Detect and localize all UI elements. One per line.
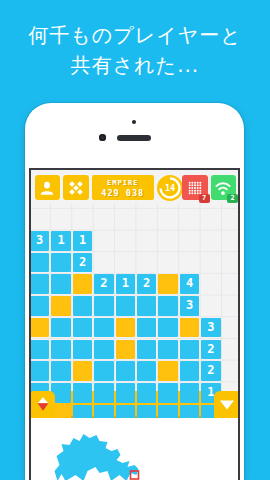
cell-r9c5[interactable] xyxy=(137,405,156,418)
cell-r6c3[interactable] xyxy=(94,340,113,360)
cell-r5c0[interactable] xyxy=(31,318,49,338)
board: 3112212433221 xyxy=(31,203,238,418)
cell-r6c5[interactable] xyxy=(137,340,156,360)
cell-r2c1[interactable] xyxy=(51,253,70,273)
cell-r6c4[interactable] xyxy=(116,340,135,360)
cell-r8c4[interactable] xyxy=(116,383,135,403)
cell-r5c2[interactable] xyxy=(73,318,92,338)
levels-button[interactable] xyxy=(63,175,89,200)
cell-r3c0[interactable] xyxy=(31,274,49,294)
caption: 何千ものプレイヤーと 共有された... xyxy=(0,20,270,80)
cell-r3c6[interactable] xyxy=(158,274,177,294)
cell-r8c2[interactable] xyxy=(73,383,92,403)
cell-r5c4[interactable] xyxy=(116,318,135,338)
cell-r8c6[interactable] xyxy=(158,383,177,403)
score-banner: EMPIRE 429 038 xyxy=(92,175,155,200)
cell-r7c1[interactable] xyxy=(51,361,70,381)
cell-r7c8[interactable]: 2 xyxy=(201,361,220,381)
score-value: 429 038 xyxy=(92,188,155,198)
cell-r4c3[interactable] xyxy=(94,296,113,316)
cell-r1c0[interactable]: 3 xyxy=(31,231,49,251)
cell-r7c6[interactable] xyxy=(158,361,177,381)
cell-r5c8[interactable]: 3 xyxy=(201,318,220,338)
cell-r7c3[interactable] xyxy=(94,361,113,381)
cell-r8c7[interactable] xyxy=(180,383,199,403)
cell-r7c7[interactable] xyxy=(180,361,199,381)
cell-r6c0[interactable] xyxy=(31,340,49,360)
proximity-sensor-dot xyxy=(132,120,136,124)
app-store-screenshot: 何千ものプレイヤーと 共有された... xyxy=(0,0,270,480)
cell-r8c3[interactable] xyxy=(94,383,113,403)
cell-r3c5[interactable]: 2 xyxy=(137,274,156,294)
cell-r4c7[interactable]: 3 xyxy=(180,296,199,316)
front-camera xyxy=(99,134,106,141)
cell-r4c5[interactable] xyxy=(137,296,156,316)
cell-r5c7[interactable] xyxy=(180,318,199,338)
cell-r7c2[interactable] xyxy=(73,361,92,381)
caption-line-1: 何千ものプレイヤーと xyxy=(0,20,270,50)
phone-frame: EMPIRE 429 038 14 xyxy=(25,103,244,480)
earpiece-speaker xyxy=(117,135,151,141)
cell-r3c3[interactable]: 2 xyxy=(94,274,113,294)
minimap-svg xyxy=(31,418,237,480)
timer-button[interactable]: 14 xyxy=(157,175,183,201)
game-screen: EMPIRE 429 038 14 xyxy=(29,168,240,480)
cell-r6c2[interactable] xyxy=(73,340,92,360)
world-map-region[interactable] xyxy=(31,418,238,480)
chevron-down-icon xyxy=(220,400,234,409)
cell-r3c4[interactable]: 1 xyxy=(116,274,135,294)
mines-button[interactable]: 7 xyxy=(182,175,208,200)
cell-r4c2[interactable] xyxy=(73,296,92,316)
cell-r2c2[interactable]: 2 xyxy=(73,253,92,273)
score-title: EMPIRE xyxy=(92,178,155,188)
cell-r9c7[interactable] xyxy=(180,405,199,418)
cell-r9c2[interactable] xyxy=(73,405,92,418)
cell-r5c1[interactable] xyxy=(51,318,70,338)
cell-r3c2[interactable] xyxy=(73,274,92,294)
mines-badge: 7 xyxy=(199,194,210,203)
multiplayer-button[interactable]: 2 xyxy=(211,175,237,200)
cell-r1c2[interactable]: 1 xyxy=(73,231,92,251)
cell-r6c1[interactable] xyxy=(51,340,70,360)
cell-r4c0[interactable] xyxy=(31,296,49,316)
map-landmass xyxy=(55,434,139,480)
game-toolbar: EMPIRE 429 038 14 xyxy=(31,170,238,203)
cell-r7c4[interactable] xyxy=(116,361,135,381)
diamonds-icon xyxy=(66,178,85,197)
cell-r3c1[interactable] xyxy=(51,274,70,294)
cell-r5c3[interactable] xyxy=(94,318,113,338)
flag-icon xyxy=(36,397,49,412)
cell-r5c5[interactable] xyxy=(137,318,156,338)
wifi-badge: 2 xyxy=(227,194,238,203)
cell-r2c0[interactable] xyxy=(31,253,49,273)
cell-r4c4[interactable] xyxy=(116,296,135,316)
cell-r4c1[interactable] xyxy=(51,296,70,316)
timer-value: 14 xyxy=(157,183,183,193)
cell-r9c4[interactable] xyxy=(116,405,135,418)
cell-r3c7[interactable]: 4 xyxy=(180,274,199,294)
cell-r6c8[interactable]: 2 xyxy=(201,340,220,360)
caption-line-2: 共有された... xyxy=(0,50,270,80)
cell-r7c0[interactable] xyxy=(31,361,49,381)
flag-mode-button[interactable] xyxy=(31,391,55,418)
scroll-down-button[interactable] xyxy=(214,391,238,418)
profile-button[interactable] xyxy=(35,175,61,200)
cell-r1c1[interactable]: 1 xyxy=(51,231,70,251)
cell-r6c6[interactable] xyxy=(158,340,177,360)
cell-r5c6[interactable] xyxy=(158,318,177,338)
person-icon xyxy=(38,179,56,197)
cell-r7c5[interactable] xyxy=(137,361,156,381)
cell-r9c3[interactable] xyxy=(94,405,113,418)
cell-r9c6[interactable] xyxy=(158,405,177,418)
cell-r6c7[interactable] xyxy=(180,340,199,360)
cell-r4c6[interactable] xyxy=(158,296,177,316)
cell-r8c5[interactable] xyxy=(137,383,156,403)
